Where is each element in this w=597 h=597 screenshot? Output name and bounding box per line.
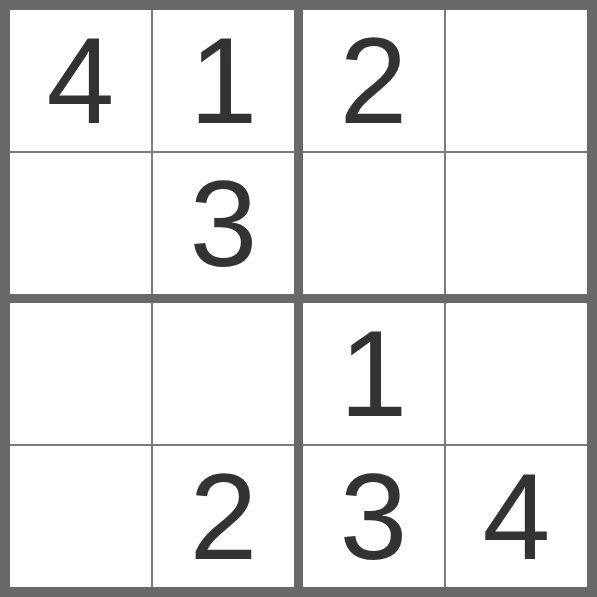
cell-r1c4[interactable] — [446, 10, 587, 151]
cell-r3c1[interactable] — [10, 303, 151, 444]
cell-r4c1[interactable] — [10, 446, 151, 587]
cell-r1c2[interactable]: 1 — [153, 10, 294, 151]
cell-r2c3[interactable] — [303, 153, 444, 294]
cell-r4c3[interactable]: 3 — [303, 446, 444, 587]
cell-r3c2[interactable] — [153, 303, 294, 444]
box-r1c2: 2 — [303, 10, 587, 294]
cell-r1c3[interactable]: 2 — [303, 10, 444, 151]
cell-r2c2[interactable]: 3 — [153, 153, 294, 294]
cell-r2c4[interactable] — [446, 153, 587, 294]
box-r2c1: 2 — [10, 303, 294, 587]
box-r1c1: 413 — [10, 10, 294, 294]
cell-r4c2[interactable]: 2 — [153, 446, 294, 587]
box-r2c2: 134 — [303, 303, 587, 587]
cell-r2c1[interactable] — [10, 153, 151, 294]
cell-r4c4[interactable]: 4 — [446, 446, 587, 587]
cell-r3c3[interactable]: 1 — [303, 303, 444, 444]
cell-r3c4[interactable] — [446, 303, 587, 444]
sudoku-board: 41322134 — [0, 0, 597, 597]
cell-r1c1[interactable]: 4 — [10, 10, 151, 151]
